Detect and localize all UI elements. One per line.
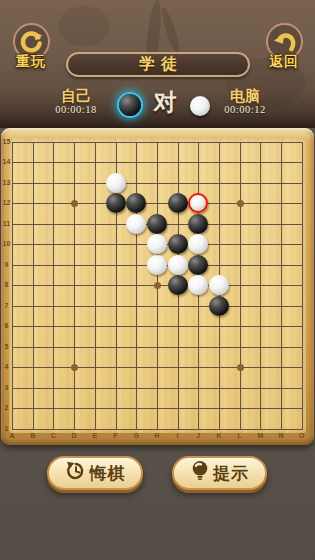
- row-coordinate-label: 6: [1, 321, 12, 331]
- star-point: [71, 200, 78, 207]
- stone-white-J8: [188, 275, 208, 295]
- gomoku-board-frame: 15A14B13C12D11E10F9G8H7I6J5K4L3M2N1O: [1, 128, 314, 445]
- column-coordinate-label: O: [295, 430, 309, 442]
- stone-white-H9: [147, 255, 167, 275]
- row-coordinate-label: 9: [1, 260, 12, 270]
- row-coordinate-label: 11: [1, 219, 12, 229]
- gomoku-game-screen: 重玩 返回 学徒 自己 00:00:18 对 电脑 00:00:12 15A14…: [0, 0, 315, 560]
- row-coordinate-label: 8: [1, 280, 12, 290]
- row-coordinate-label: 5: [1, 342, 12, 352]
- grid-line-vertical: [302, 142, 303, 430]
- column-coordinate-label: D: [67, 430, 81, 442]
- grid-line-horizontal: [12, 408, 303, 409]
- grid-line-horizontal: [12, 306, 303, 307]
- grid-line-horizontal: [12, 388, 303, 389]
- grid-line-horizontal: [12, 347, 303, 348]
- row-coordinate-label: 10: [1, 239, 12, 249]
- row-coordinate-label: 2: [1, 403, 12, 413]
- grid-line-vertical: [260, 142, 261, 430]
- row-coordinate-label: 7: [1, 301, 12, 311]
- star-point: [154, 282, 161, 289]
- row-coordinate-label: 1: [1, 424, 12, 434]
- star-point: [71, 364, 78, 371]
- grid-line-vertical: [240, 142, 241, 430]
- stone-black-I8: [168, 275, 188, 295]
- background-shadow-decoration: [58, 6, 110, 46]
- grid-line-horizontal: [12, 367, 303, 368]
- star-point: [237, 364, 244, 371]
- stone-black-H11: [147, 214, 167, 234]
- column-coordinate-label: I: [171, 430, 185, 442]
- gomoku-board-surface[interactable]: [9, 138, 306, 433]
- stone-white-F13: [106, 173, 126, 193]
- stone-black-J9: [188, 255, 208, 275]
- replay-label: 重玩: [0, 53, 63, 71]
- column-coordinate-label: B: [26, 430, 40, 442]
- column-coordinate-label: G: [129, 430, 143, 442]
- column-coordinate-label: L: [233, 430, 247, 442]
- self-black-stone-turn-indicator: [119, 94, 141, 116]
- level-text: 学徒: [133, 54, 183, 75]
- column-coordinate-label: C: [46, 430, 60, 442]
- grid-line-vertical: [281, 142, 282, 430]
- row-coordinate-label: 15: [1, 137, 12, 147]
- stone-white-I9: [168, 255, 188, 275]
- undo-label: 悔棋: [90, 462, 126, 485]
- star-point: [237, 200, 244, 207]
- hint-button[interactable]: 提示: [172, 456, 267, 490]
- computer-player-timer: 00:00:12: [209, 104, 281, 115]
- versus-label: 对: [147, 87, 183, 118]
- grid-line-horizontal: [12, 326, 303, 327]
- stone-black-J11: [188, 214, 208, 234]
- stone-black-I12: [168, 193, 188, 213]
- stone-white-J10: [188, 234, 208, 254]
- stone-black-G12: [126, 193, 146, 213]
- column-coordinate-label: F: [109, 430, 123, 442]
- row-coordinate-label: 3: [1, 383, 12, 393]
- undo-icon: [65, 460, 87, 486]
- row-coordinate-label: 4: [1, 362, 12, 372]
- column-coordinate-label: K: [212, 430, 226, 442]
- column-coordinate-label: N: [274, 430, 288, 442]
- replay-button[interactable]: 重玩: [0, 23, 63, 71]
- stone-white-H10: [147, 234, 167, 254]
- stone-black-K7: [209, 296, 229, 316]
- hint-label: 提示: [213, 462, 249, 485]
- back-label: 返回: [252, 53, 315, 71]
- stone-white-G11: [126, 214, 146, 234]
- back-button[interactable]: 返回: [252, 23, 315, 71]
- column-coordinate-label: M: [253, 430, 267, 442]
- stone-white-J12-last-move: [188, 193, 208, 213]
- column-coordinate-label: H: [150, 430, 164, 442]
- column-coordinate-label: E: [88, 430, 102, 442]
- row-coordinate-label: 13: [1, 178, 12, 188]
- stone-white-K8: [209, 275, 229, 295]
- stone-black-I10: [168, 234, 188, 254]
- level-banner: 学徒: [66, 52, 250, 77]
- bamboo-leaf-decoration: [159, 6, 182, 54]
- column-coordinate-label: J: [191, 430, 205, 442]
- hint-lightbulb-icon: [190, 460, 210, 486]
- computer-white-stone: [190, 96, 210, 116]
- self-player-timer: 00:00:18: [40, 104, 112, 115]
- stone-black-F12: [106, 193, 126, 213]
- row-coordinate-label: 12: [1, 198, 12, 208]
- row-coordinate-label: 14: [1, 157, 12, 167]
- undo-button[interactable]: 悔棋: [47, 456, 143, 490]
